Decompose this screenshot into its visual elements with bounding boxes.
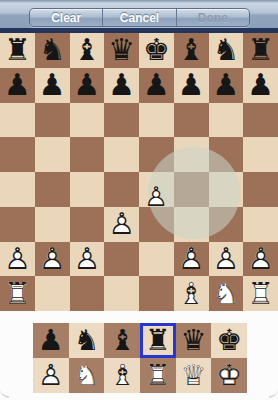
- black-knight-piece: ♞: [39, 35, 66, 65]
- square-h2[interactable]: ♟♙: [243, 242, 278, 277]
- white-rook-piece: ♜♖: [247, 279, 274, 309]
- square-d5[interactable]: [104, 137, 139, 172]
- black-pawn-piece: ♟: [73, 70, 100, 100]
- black-bishop-piece: ♝: [178, 35, 205, 65]
- square-h1[interactable]: ♜♖: [243, 276, 278, 311]
- palette-white-king[interactable]: ♚♔: [211, 358, 247, 393]
- white-pawn-piece: ♟♙: [247, 244, 274, 274]
- black-pawn-piece: ♟: [143, 70, 170, 100]
- white-rook-piece: ♜♖: [4, 279, 31, 309]
- square-b4[interactable]: [35, 172, 70, 207]
- square-c3[interactable]: [70, 207, 105, 242]
- square-b7[interactable]: ♟: [35, 68, 70, 103]
- black-rook-piece: ♜: [4, 35, 31, 65]
- piece-palette-area: ♟♞♝♜♛♚♟♙♞♘♝♗♜♖♛♕♚♔: [0, 311, 278, 400]
- square-a7[interactable]: ♟: [0, 68, 35, 103]
- square-d3[interactable]: ♟♙: [104, 207, 139, 242]
- white-pawn-piece: ♟♙: [73, 244, 100, 274]
- square-e1[interactable]: [139, 276, 174, 311]
- clear-button[interactable]: Clear: [30, 9, 102, 26]
- black-knight-piece: ♞: [73, 326, 99, 355]
- square-b5[interactable]: [35, 137, 70, 172]
- black-pawn-piece: ♟: [178, 70, 205, 100]
- white-king-piece: ♚♔: [216, 361, 242, 390]
- palette-black-pawn[interactable]: ♟: [33, 323, 69, 358]
- square-a8[interactable]: ♜: [0, 33, 35, 68]
- white-bishop-piece: ♝♗: [109, 361, 135, 390]
- square-a1[interactable]: ♜♖: [0, 276, 35, 311]
- black-pawn-piece: ♟: [212, 70, 239, 100]
- black-pawn-piece: ♟: [4, 70, 31, 100]
- square-b6[interactable]: [35, 103, 70, 138]
- page-curl-right: [269, 389, 278, 398]
- square-d1[interactable]: [104, 276, 139, 311]
- square-f7[interactable]: ♟: [174, 68, 209, 103]
- palette-black-queen[interactable]: ♛: [176, 323, 212, 358]
- palette-white-bishop[interactable]: ♝♗: [104, 358, 140, 393]
- square-c4[interactable]: [70, 172, 105, 207]
- black-rook-piece: ♜: [145, 326, 171, 355]
- square-d6[interactable]: [104, 103, 139, 138]
- white-queen-piece: ♛♕: [180, 361, 206, 390]
- black-king-piece: ♚: [143, 35, 170, 65]
- black-king-piece: ♚: [216, 326, 242, 355]
- palette-white-pawn[interactable]: ♟♙: [33, 358, 69, 393]
- black-pawn-piece: ♟: [38, 326, 64, 355]
- square-g7[interactable]: ♟: [209, 68, 244, 103]
- palette-white-queen[interactable]: ♛♕: [176, 358, 212, 393]
- toolbar-button-group: Clear Cancel Done: [29, 8, 250, 27]
- square-b3[interactable]: [35, 207, 70, 242]
- palette-white-rook[interactable]: ♜♖: [140, 358, 176, 393]
- cancel-button[interactable]: Cancel: [102, 9, 175, 26]
- black-pawn-piece: ♟: [247, 70, 274, 100]
- top-toolbar: Clear Cancel Done: [0, 0, 278, 28]
- square-f8[interactable]: ♝: [174, 33, 209, 68]
- square-h6[interactable]: [243, 103, 278, 138]
- square-c6[interactable]: [70, 103, 105, 138]
- square-a6[interactable]: [0, 103, 35, 138]
- dragged-white-pawn-piece[interactable]: ♟♙: [143, 183, 169, 210]
- white-pawn-piece: ♟♙: [108, 209, 135, 239]
- square-c2[interactable]: ♟♙: [70, 242, 105, 277]
- black-pawn-piece: ♟: [39, 70, 66, 100]
- square-h7[interactable]: ♟: [243, 68, 278, 103]
- black-knight-piece: ♞: [212, 35, 239, 65]
- square-c1[interactable]: [70, 276, 105, 311]
- square-b1[interactable]: [35, 276, 70, 311]
- black-bishop-piece: ♝: [109, 326, 135, 355]
- square-f1[interactable]: ♝♗: [174, 276, 209, 311]
- square-g2[interactable]: ♟♙: [209, 242, 244, 277]
- done-button[interactable]: Done: [176, 9, 249, 26]
- square-e7[interactable]: ♟: [139, 68, 174, 103]
- square-d8[interactable]: ♛: [104, 33, 139, 68]
- square-e2[interactable]: [139, 242, 174, 277]
- square-b2[interactable]: ♟♙: [35, 242, 70, 277]
- palette-white-knight[interactable]: ♞♘: [69, 358, 105, 393]
- white-knight-piece: ♞♘: [73, 361, 99, 390]
- square-b8[interactable]: ♞: [35, 33, 70, 68]
- piece-palette: ♟♞♝♜♛♚♟♙♞♘♝♗♜♖♛♕♚♔: [33, 323, 247, 393]
- white-rook-piece: ♜♖: [145, 361, 171, 390]
- white-pawn-piece: ♟♙: [4, 244, 31, 274]
- square-f6[interactable]: [174, 103, 209, 138]
- square-a4[interactable]: [0, 172, 35, 207]
- black-rook-piece: ♜: [247, 35, 274, 65]
- white-knight-piece: ♞♘: [212, 279, 239, 309]
- square-g8[interactable]: ♞: [209, 33, 244, 68]
- white-pawn-piece: ♟♙: [38, 361, 64, 390]
- square-e6[interactable]: [139, 103, 174, 138]
- square-c7[interactable]: ♟: [70, 68, 105, 103]
- white-pawn-piece: ♟♙: [39, 244, 66, 274]
- square-d4[interactable]: [104, 172, 139, 207]
- square-a5[interactable]: [0, 137, 35, 172]
- chess-board: ♜♞♝♛♚♝♞♜♟♟♟♟♟♟♟♟♟♙♟♙♟♙♟♙♟♙♟♙♟♙♜♖♝♗♞♘♜♖♟♙: [0, 33, 278, 311]
- square-g1[interactable]: ♞♘: [209, 276, 244, 311]
- square-d7[interactable]: ♟: [104, 68, 139, 103]
- square-h5[interactable]: [243, 137, 278, 172]
- white-pawn-piece: ♟♙: [178, 244, 205, 274]
- square-h3[interactable]: [243, 207, 278, 242]
- square-f2[interactable]: ♟♙: [174, 242, 209, 277]
- square-h8[interactable]: ♜: [243, 33, 278, 68]
- palette-black-bishop[interactable]: ♝: [104, 323, 140, 358]
- palette-black-knight[interactable]: ♞: [69, 323, 105, 358]
- square-g6[interactable]: [209, 103, 244, 138]
- square-a3[interactable]: [0, 207, 35, 242]
- square-h4[interactable]: [243, 172, 278, 207]
- white-bishop-piece: ♝♗: [178, 279, 205, 309]
- square-d2[interactable]: [104, 242, 139, 277]
- black-queen-piece: ♛: [108, 35, 135, 65]
- black-queen-piece: ♛: [180, 326, 206, 355]
- square-e8[interactable]: ♚: [139, 33, 174, 68]
- palette-black-rook-selected[interactable]: ♜: [140, 323, 176, 358]
- white-pawn-piece: ♟♙: [212, 244, 239, 274]
- square-c5[interactable]: [70, 137, 105, 172]
- square-c8[interactable]: ♝: [70, 33, 105, 68]
- page-curl-left: [0, 389, 9, 398]
- black-pawn-piece: ♟: [108, 70, 135, 100]
- square-a2[interactable]: ♟♙: [0, 242, 35, 277]
- black-bishop-piece: ♝: [73, 35, 100, 65]
- palette-black-king[interactable]: ♚: [211, 323, 247, 358]
